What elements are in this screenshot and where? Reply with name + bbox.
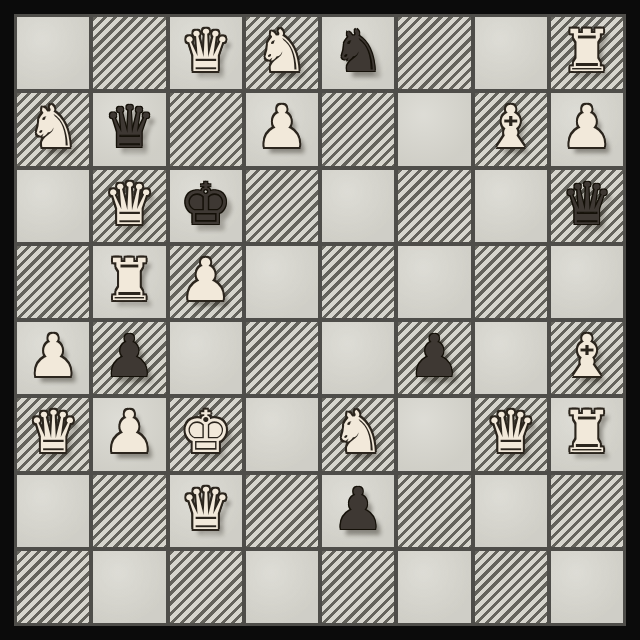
- square-c6[interactable]: ♚: [170, 170, 242, 242]
- square-h2[interactable]: [551, 475, 623, 547]
- square-b4[interactable]: ♟: [93, 322, 165, 394]
- square-d7[interactable]: ♟: [246, 93, 318, 165]
- chess-board-frame: ♛♞♞♜♞♛♟♝♟♛♚♛♜♟♟♟♟♝♛♟♚♞♛♜♛♟: [0, 0, 640, 640]
- square-f5[interactable]: [398, 246, 470, 318]
- square-f1[interactable]: [398, 551, 470, 623]
- square-a4[interactable]: ♟: [17, 322, 89, 394]
- piece-white-pawn[interactable]: ♟: [561, 98, 613, 156]
- square-h6[interactable]: ♛: [551, 170, 623, 242]
- piece-black-queen[interactable]: ♛: [103, 98, 155, 156]
- square-a3[interactable]: ♛: [17, 398, 89, 470]
- piece-white-knight[interactable]: ♞: [256, 22, 308, 80]
- square-b6[interactable]: ♛: [93, 170, 165, 242]
- square-a8[interactable]: [17, 17, 89, 89]
- piece-white-knight[interactable]: ♞: [332, 403, 384, 461]
- square-c1[interactable]: [170, 551, 242, 623]
- square-d5[interactable]: [246, 246, 318, 318]
- piece-white-bishop[interactable]: ♝: [561, 327, 613, 385]
- piece-white-rook[interactable]: ♜: [103, 251, 155, 309]
- square-g8[interactable]: [475, 17, 547, 89]
- square-f7[interactable]: [398, 93, 470, 165]
- piece-white-queen[interactable]: ♛: [485, 403, 537, 461]
- square-d2[interactable]: [246, 475, 318, 547]
- square-f6[interactable]: [398, 170, 470, 242]
- square-b2[interactable]: [93, 475, 165, 547]
- piece-black-knight[interactable]: ♞: [332, 22, 384, 80]
- piece-white-queen[interactable]: ♛: [27, 403, 79, 461]
- square-g1[interactable]: [475, 551, 547, 623]
- square-d1[interactable]: [246, 551, 318, 623]
- square-g4[interactable]: [475, 322, 547, 394]
- square-e1[interactable]: [322, 551, 394, 623]
- square-b7[interactable]: ♛: [93, 93, 165, 165]
- square-h4[interactable]: ♝: [551, 322, 623, 394]
- square-e4[interactable]: [322, 322, 394, 394]
- piece-white-rook[interactable]: ♜: [561, 22, 613, 80]
- piece-white-pawn[interactable]: ♟: [180, 251, 232, 309]
- piece-black-pawn[interactable]: ♟: [332, 480, 384, 538]
- piece-white-queen[interactable]: ♛: [103, 175, 155, 233]
- square-a7[interactable]: ♞: [17, 93, 89, 165]
- square-f4[interactable]: ♟: [398, 322, 470, 394]
- square-b3[interactable]: ♟: [93, 398, 165, 470]
- square-e3[interactable]: ♞: [322, 398, 394, 470]
- square-c8[interactable]: ♛: [170, 17, 242, 89]
- piece-white-queen[interactable]: ♛: [180, 22, 232, 80]
- square-f8[interactable]: [398, 17, 470, 89]
- square-b8[interactable]: [93, 17, 165, 89]
- square-d8[interactable]: ♞: [246, 17, 318, 89]
- square-a2[interactable]: [17, 475, 89, 547]
- square-c2[interactable]: ♛: [170, 475, 242, 547]
- piece-black-king[interactable]: ♚: [180, 175, 232, 233]
- square-d4[interactable]: [246, 322, 318, 394]
- chess-board: ♛♞♞♜♞♛♟♝♟♛♚♛♜♟♟♟♟♝♛♟♚♞♛♜♛♟: [14, 14, 626, 626]
- square-h7[interactable]: ♟: [551, 93, 623, 165]
- square-g3[interactable]: ♛: [475, 398, 547, 470]
- piece-white-bishop[interactable]: ♝: [485, 98, 537, 156]
- piece-white-king[interactable]: ♚: [180, 403, 232, 461]
- square-c4[interactable]: [170, 322, 242, 394]
- square-b5[interactable]: ♜: [93, 246, 165, 318]
- square-e7[interactable]: [322, 93, 394, 165]
- square-h1[interactable]: [551, 551, 623, 623]
- square-b1[interactable]: [93, 551, 165, 623]
- square-e2[interactable]: ♟: [322, 475, 394, 547]
- piece-black-pawn[interactable]: ♟: [408, 327, 460, 385]
- square-g2[interactable]: [475, 475, 547, 547]
- square-e6[interactable]: [322, 170, 394, 242]
- square-f3[interactable]: [398, 398, 470, 470]
- piece-white-queen[interactable]: ♛: [180, 480, 232, 538]
- square-a5[interactable]: [17, 246, 89, 318]
- piece-white-knight[interactable]: ♞: [27, 98, 79, 156]
- square-f2[interactable]: [398, 475, 470, 547]
- square-a1[interactable]: [17, 551, 89, 623]
- square-c7[interactable]: [170, 93, 242, 165]
- piece-black-pawn[interactable]: ♟: [103, 327, 155, 385]
- square-a6[interactable]: [17, 170, 89, 242]
- square-e5[interactable]: [322, 246, 394, 318]
- square-c3[interactable]: ♚: [170, 398, 242, 470]
- piece-white-pawn[interactable]: ♟: [103, 403, 155, 461]
- piece-white-pawn[interactable]: ♟: [27, 327, 79, 385]
- square-e8[interactable]: ♞: [322, 17, 394, 89]
- piece-white-pawn[interactable]: ♟: [256, 98, 308, 156]
- square-g6[interactable]: [475, 170, 547, 242]
- piece-black-queen[interactable]: ♛: [561, 175, 613, 233]
- square-h8[interactable]: ♜: [551, 17, 623, 89]
- square-d6[interactable]: [246, 170, 318, 242]
- square-d3[interactable]: [246, 398, 318, 470]
- piece-white-rook[interactable]: ♜: [561, 403, 613, 461]
- square-c5[interactable]: ♟: [170, 246, 242, 318]
- square-h5[interactable]: [551, 246, 623, 318]
- square-g5[interactable]: [475, 246, 547, 318]
- square-h3[interactable]: ♜: [551, 398, 623, 470]
- square-g7[interactable]: ♝: [475, 93, 547, 165]
